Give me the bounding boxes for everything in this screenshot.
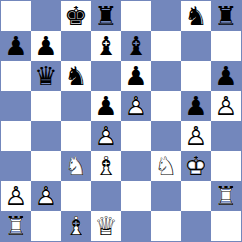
square-b3[interactable] <box>31 151 61 181</box>
square-a1[interactable]: ♜♖ <box>1 211 31 241</box>
square-a6[interactable] <box>1 61 31 91</box>
square-a7[interactable]: ♟ <box>1 31 31 61</box>
square-e1[interactable] <box>121 211 151 241</box>
square-f2[interactable] <box>151 181 181 211</box>
square-h2[interactable]: ♜♖ <box>211 181 241 211</box>
square-g2[interactable] <box>181 181 211 211</box>
square-a3[interactable] <box>1 151 31 181</box>
black-bishop-piece: ♝ <box>121 31 151 61</box>
square-a2[interactable]: ♟♙ <box>1 181 31 211</box>
white-rook-piece: ♖ <box>211 181 241 211</box>
black-knight-piece: ♞ <box>61 61 91 91</box>
chess-board: ♚♜♞♜♟♟♝♝♛♞♟♟♟♟♙♟♟♙♟♙♟♙♞♘♝♗♞♘♚♔♟♙♟♙♜♖♜♖♝♗… <box>0 0 242 242</box>
square-f8[interactable] <box>151 1 181 31</box>
white-pawn-piece: ♙ <box>31 181 61 211</box>
black-rook-piece: ♜ <box>211 1 241 31</box>
square-h6[interactable]: ♟ <box>211 61 241 91</box>
square-d7[interactable]: ♝ <box>91 31 121 61</box>
white-pawn-piece: ♙ <box>181 121 211 151</box>
square-g4[interactable]: ♟♙ <box>181 121 211 151</box>
square-a8[interactable] <box>1 1 31 31</box>
white-king-piece: ♔ <box>181 151 211 181</box>
square-d5[interactable]: ♟ <box>91 91 121 121</box>
square-c6[interactable]: ♞ <box>61 61 91 91</box>
square-c4[interactable] <box>61 121 91 151</box>
square-g3[interactable]: ♚♔ <box>181 151 211 181</box>
square-d8[interactable]: ♜ <box>91 1 121 31</box>
square-a5[interactable] <box>1 91 31 121</box>
square-b1[interactable] <box>31 211 61 241</box>
square-e6[interactable]: ♟ <box>121 61 151 91</box>
black-pawn-piece: ♟ <box>91 91 121 121</box>
black-rook-piece: ♜ <box>91 1 121 31</box>
white-bishop-piece: ♗ <box>91 151 121 181</box>
square-f5[interactable] <box>151 91 181 121</box>
white-bishop-piece: ♗ <box>61 211 91 241</box>
square-c2[interactable] <box>61 181 91 211</box>
square-e4[interactable] <box>121 121 151 151</box>
square-h3[interactable] <box>211 151 241 181</box>
black-queen-piece: ♛ <box>31 61 61 91</box>
square-h7[interactable] <box>211 31 241 61</box>
square-d1[interactable]: ♛♕ <box>91 211 121 241</box>
square-f7[interactable] <box>151 31 181 61</box>
square-b7[interactable]: ♟ <box>31 31 61 61</box>
square-b2[interactable]: ♟♙ <box>31 181 61 211</box>
square-b4[interactable] <box>31 121 61 151</box>
square-d2[interactable] <box>91 181 121 211</box>
black-pawn-piece: ♟ <box>181 91 211 121</box>
square-d4[interactable]: ♟♙ <box>91 121 121 151</box>
square-f6[interactable] <box>151 61 181 91</box>
square-b8[interactable] <box>31 1 61 31</box>
square-g5[interactable]: ♟ <box>181 91 211 121</box>
square-g1[interactable] <box>181 211 211 241</box>
square-e8[interactable] <box>121 1 151 31</box>
square-g7[interactable] <box>181 31 211 61</box>
white-pawn-piece: ♙ <box>1 181 31 211</box>
square-f3[interactable]: ♞♘ <box>151 151 181 181</box>
white-pawn-piece: ♙ <box>121 91 151 121</box>
white-rook-piece: ♖ <box>1 211 31 241</box>
white-knight-piece: ♘ <box>61 151 91 181</box>
square-c1[interactable]: ♝♗ <box>61 211 91 241</box>
white-queen-piece: ♕ <box>91 211 121 241</box>
square-b5[interactable] <box>31 91 61 121</box>
square-c8[interactable]: ♚ <box>61 1 91 31</box>
black-king-piece: ♚ <box>61 1 91 31</box>
square-c5[interactable] <box>61 91 91 121</box>
square-g8[interactable]: ♞ <box>181 1 211 31</box>
square-h5[interactable]: ♟♙ <box>211 91 241 121</box>
square-g6[interactable] <box>181 61 211 91</box>
square-h4[interactable] <box>211 121 241 151</box>
square-e7[interactable]: ♝ <box>121 31 151 61</box>
square-h1[interactable] <box>211 211 241 241</box>
square-c3[interactable]: ♞♘ <box>61 151 91 181</box>
square-c7[interactable] <box>61 31 91 61</box>
black-pawn-piece: ♟ <box>31 31 61 61</box>
square-f4[interactable] <box>151 121 181 151</box>
square-b6[interactable]: ♛ <box>31 61 61 91</box>
square-d3[interactable]: ♝♗ <box>91 151 121 181</box>
black-pawn-piece: ♟ <box>211 61 241 91</box>
square-f1[interactable] <box>151 211 181 241</box>
square-a4[interactable] <box>1 121 31 151</box>
square-e2[interactable] <box>121 181 151 211</box>
black-bishop-piece: ♝ <box>91 31 121 61</box>
black-knight-piece: ♞ <box>181 1 211 31</box>
white-knight-piece: ♘ <box>151 151 181 181</box>
black-pawn-piece: ♟ <box>1 31 31 61</box>
square-e3[interactable] <box>121 151 151 181</box>
white-pawn-piece: ♙ <box>211 91 241 121</box>
black-pawn-piece: ♟ <box>121 61 151 91</box>
white-pawn-piece: ♙ <box>91 121 121 151</box>
square-h8[interactable]: ♜ <box>211 1 241 31</box>
square-d6[interactable] <box>91 61 121 91</box>
square-e5[interactable]: ♟♙ <box>121 91 151 121</box>
